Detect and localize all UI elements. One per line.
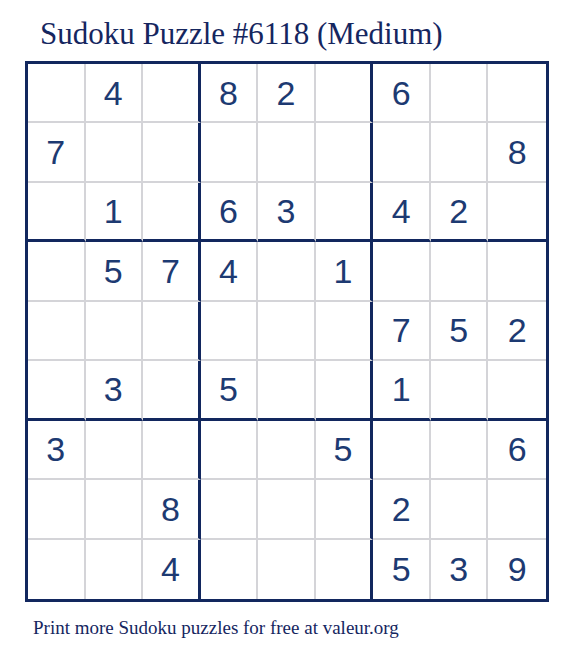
cell-r1c3 [143, 64, 201, 123]
puzzle-title: Sudoku Puzzle #6118 (Medium) [40, 16, 443, 52]
cell-r3c5: 3 [258, 183, 316, 242]
cell-r5c1 [28, 302, 86, 361]
cell-r4c3: 7 [143, 242, 201, 301]
cell-r9c2 [86, 540, 144, 599]
cell-r6c5 [258, 361, 316, 420]
cell-r6c9 [488, 361, 546, 420]
cell-r3c8: 2 [431, 183, 489, 242]
cell-r6c2: 3 [86, 361, 144, 420]
cell-r4c6: 1 [316, 242, 374, 301]
cell-r1c5: 2 [258, 64, 316, 123]
cell-r2c5 [258, 123, 316, 182]
cell-r1c2: 4 [86, 64, 144, 123]
cell-r1c1 [28, 64, 86, 123]
cell-r7c9: 6 [488, 421, 546, 480]
cell-r4c4: 4 [201, 242, 259, 301]
cell-r1c4: 8 [201, 64, 259, 123]
cell-r9c1 [28, 540, 86, 599]
cell-r9c7: 5 [373, 540, 431, 599]
cell-r1c6 [316, 64, 374, 123]
cell-r7c7 [373, 421, 431, 480]
cell-r8c2 [86, 480, 144, 539]
cell-r7c6: 5 [316, 421, 374, 480]
cell-r1c9 [488, 64, 546, 123]
cell-r2c3 [143, 123, 201, 182]
cell-r8c8 [431, 480, 489, 539]
cell-r2c7 [373, 123, 431, 182]
cell-r8c6 [316, 480, 374, 539]
cell-r2c4 [201, 123, 259, 182]
cell-r5c8: 5 [431, 302, 489, 361]
cell-r8c7: 2 [373, 480, 431, 539]
cell-r6c3 [143, 361, 201, 420]
cell-r3c1 [28, 183, 86, 242]
printable-sudoku-page: Sudoku Puzzle #6118 (Medium) 48267816342… [0, 0, 574, 651]
cell-r4c5 [258, 242, 316, 301]
cell-r9c8: 3 [431, 540, 489, 599]
cell-r8c5 [258, 480, 316, 539]
cell-r7c2 [86, 421, 144, 480]
cell-r3c9 [488, 183, 546, 242]
cell-r2c6 [316, 123, 374, 182]
cell-r7c3 [143, 421, 201, 480]
cell-r6c1 [28, 361, 86, 420]
cell-r4c7 [373, 242, 431, 301]
cell-r9c3: 4 [143, 540, 201, 599]
cell-r5c9: 2 [488, 302, 546, 361]
cell-r2c8 [431, 123, 489, 182]
cell-r4c2: 5 [86, 242, 144, 301]
cell-r3c3 [143, 183, 201, 242]
cell-r3c6 [316, 183, 374, 242]
cell-r9c9: 9 [488, 540, 546, 599]
cell-r2c1: 7 [28, 123, 86, 182]
footer-text: Print more Sudoku puzzles for free at va… [33, 617, 399, 639]
cell-r6c4: 5 [201, 361, 259, 420]
cell-r9c6 [316, 540, 374, 599]
cell-r4c8 [431, 242, 489, 301]
cell-r2c9: 8 [488, 123, 546, 182]
cell-r7c5 [258, 421, 316, 480]
cell-r5c7: 7 [373, 302, 431, 361]
cell-r7c8 [431, 421, 489, 480]
cell-r1c8 [431, 64, 489, 123]
cell-r5c3 [143, 302, 201, 361]
cell-r3c7: 4 [373, 183, 431, 242]
cell-r8c9 [488, 480, 546, 539]
cell-r8c1 [28, 480, 86, 539]
cell-r9c5 [258, 540, 316, 599]
sudoku-board: 482678163425741752351356824539 [25, 61, 549, 602]
cell-r9c4 [201, 540, 259, 599]
cell-r8c4 [201, 480, 259, 539]
cell-r7c1: 3 [28, 421, 86, 480]
cell-r6c7: 1 [373, 361, 431, 420]
cell-r8c3: 8 [143, 480, 201, 539]
cell-r4c9 [488, 242, 546, 301]
cell-r1c7: 6 [373, 64, 431, 123]
cell-r5c6 [316, 302, 374, 361]
cell-r3c4: 6 [201, 183, 259, 242]
cell-r6c6 [316, 361, 374, 420]
cell-r5c4 [201, 302, 259, 361]
cell-r3c2: 1 [86, 183, 144, 242]
cell-r5c2 [86, 302, 144, 361]
cell-r7c4 [201, 421, 259, 480]
cell-r4c1 [28, 242, 86, 301]
cell-r6c8 [431, 361, 489, 420]
cell-r2c2 [86, 123, 144, 182]
cell-r5c5 [258, 302, 316, 361]
